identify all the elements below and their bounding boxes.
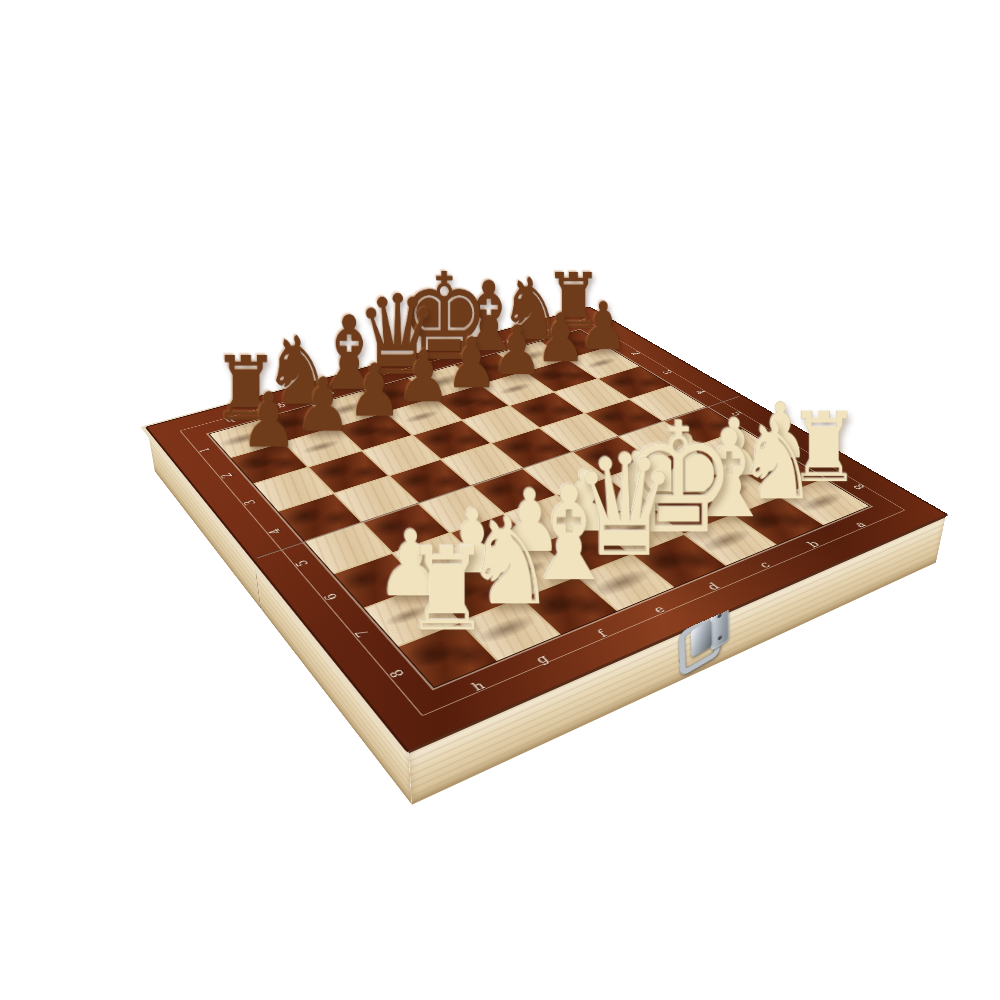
product-photo-scene: 1122334455667788hhggffeeddccbbaa ♜♞♝♛♚♝♞… bbox=[0, 0, 1000, 1000]
piece-glyph: ♟ bbox=[491, 317, 542, 385]
board-surface: 1122334455667788hhggffeeddccbbaa ♜♞♝♛♚♝♞… bbox=[144, 306, 948, 753]
screw-icon bbox=[716, 612, 721, 619]
piece-glyph: ♟ bbox=[295, 368, 351, 442]
clasp-plate bbox=[709, 602, 728, 651]
clasp-latch bbox=[676, 596, 731, 677]
piece-glyph: ♟ bbox=[347, 355, 402, 427]
screw-icon bbox=[717, 634, 722, 641]
piece-glyph: ♟ bbox=[397, 341, 450, 412]
piece-glyph: ♟ bbox=[445, 329, 497, 398]
piece-glyph: ♟ bbox=[536, 305, 586, 372]
piece-glyph: ♜ bbox=[404, 533, 491, 648]
piece-glyph: ♟ bbox=[240, 383, 297, 459]
box-side-seam bbox=[253, 561, 261, 609]
